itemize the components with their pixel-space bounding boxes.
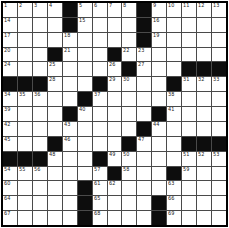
grid-cell[interactable] bbox=[167, 62, 181, 76]
grid-cell[interactable] bbox=[152, 62, 166, 76]
clue-number: 69 bbox=[168, 211, 174, 216]
grid-cell[interactable]: 60 bbox=[3, 181, 17, 195]
clue-number: 40 bbox=[79, 107, 85, 112]
grid-cell[interactable] bbox=[18, 18, 32, 32]
grid-cell[interactable]: 15 bbox=[78, 18, 92, 32]
grid-cell[interactable] bbox=[152, 92, 166, 106]
grid-cell[interactable] bbox=[182, 107, 196, 121]
clue-number: 39 bbox=[4, 107, 10, 112]
clue-number: 67 bbox=[4, 211, 10, 216]
black-square bbox=[78, 92, 92, 106]
grid-cell[interactable]: 66 bbox=[167, 196, 181, 210]
grid-cell[interactable] bbox=[93, 33, 107, 47]
black-square bbox=[167, 77, 181, 91]
clue-number: 16 bbox=[153, 18, 159, 23]
grid-cell[interactable] bbox=[167, 137, 181, 151]
black-square bbox=[137, 18, 151, 32]
grid-cell[interactable] bbox=[212, 196, 226, 210]
clue-number: 34 bbox=[4, 92, 10, 97]
grid-cell[interactable]: 40 bbox=[78, 107, 92, 121]
black-square bbox=[137, 33, 151, 47]
clue-number: 50 bbox=[123, 152, 129, 157]
black-square bbox=[78, 196, 92, 210]
grid-cell[interactable] bbox=[152, 152, 166, 166]
grid-cell[interactable]: 9 bbox=[152, 3, 166, 17]
grid-cell[interactable] bbox=[182, 122, 196, 136]
grid-cell[interactable]: 11 bbox=[182, 3, 196, 17]
black-square bbox=[122, 137, 136, 151]
clue-number: 25 bbox=[49, 62, 55, 67]
clue-number: 14 bbox=[4, 18, 10, 23]
grid-cell[interactable] bbox=[152, 77, 166, 91]
black-square bbox=[137, 3, 151, 17]
grid-cell[interactable] bbox=[63, 211, 77, 225]
clue-number: 63 bbox=[168, 181, 174, 186]
clue-number: 54 bbox=[4, 167, 10, 172]
grid-cell[interactable] bbox=[167, 48, 181, 62]
grid-cell[interactable]: 61 bbox=[93, 181, 107, 195]
clue-number: 10 bbox=[168, 3, 174, 8]
clue-number: 66 bbox=[168, 196, 174, 201]
grid-cell[interactable]: 52 bbox=[197, 152, 211, 166]
black-square bbox=[3, 152, 17, 166]
grid-cell[interactable] bbox=[182, 196, 196, 210]
grid-cell[interactable] bbox=[33, 62, 47, 76]
clue-number: 1 bbox=[4, 3, 7, 8]
grid-cell[interactable]: 32 bbox=[197, 77, 211, 91]
grid-cell[interactable] bbox=[108, 196, 122, 210]
grid-cell[interactable] bbox=[212, 167, 226, 181]
black-square bbox=[18, 152, 32, 166]
grid-cell[interactable]: 5 bbox=[78, 3, 92, 17]
grid-cell[interactable] bbox=[108, 211, 122, 225]
grid-cell[interactable] bbox=[182, 92, 196, 106]
clue-number: 18 bbox=[64, 33, 70, 38]
grid-cell[interactable] bbox=[152, 137, 166, 151]
grid-cell[interactable] bbox=[122, 92, 136, 106]
grid-cell[interactable]: 31 bbox=[182, 77, 196, 91]
grid-cell[interactable] bbox=[33, 137, 47, 151]
grid-cell[interactable] bbox=[93, 18, 107, 32]
clue-number: 11 bbox=[183, 3, 189, 8]
grid-cell[interactable]: 56 bbox=[33, 167, 47, 181]
grid-cell[interactable] bbox=[108, 18, 122, 32]
grid-cell[interactable]: 29 bbox=[108, 77, 122, 91]
grid-cell[interactable] bbox=[93, 137, 107, 151]
grid-cell[interactable] bbox=[33, 122, 47, 136]
grid-cell[interactable] bbox=[212, 48, 226, 62]
black-square bbox=[197, 62, 211, 76]
grid-cell[interactable]: 18 bbox=[63, 33, 77, 47]
grid-cell[interactable]: 16 bbox=[152, 18, 166, 32]
grid-cell[interactable] bbox=[78, 122, 92, 136]
grid-cell[interactable] bbox=[63, 62, 77, 76]
grid-cell[interactable] bbox=[122, 211, 136, 225]
grid-cell[interactable]: 17 bbox=[3, 33, 17, 47]
grid-cell[interactable] bbox=[18, 122, 32, 136]
clue-number: 49 bbox=[109, 152, 115, 157]
clue-number: 57 bbox=[94, 167, 100, 172]
grid-cell[interactable] bbox=[197, 48, 211, 62]
black-square bbox=[48, 48, 62, 62]
grid-cell[interactable]: 26 bbox=[108, 62, 122, 76]
clue-number: 3 bbox=[34, 3, 37, 8]
grid-cell[interactable] bbox=[197, 33, 211, 47]
grid-cell[interactable]: 37 bbox=[93, 92, 107, 106]
grid-cell[interactable] bbox=[18, 48, 32, 62]
grid-cell[interactable]: 53 bbox=[212, 152, 226, 166]
grid-cell[interactable] bbox=[18, 211, 32, 225]
grid-cell[interactable]: 42 bbox=[3, 122, 17, 136]
grid-cell[interactable] bbox=[137, 181, 151, 195]
grid-cell[interactable] bbox=[167, 122, 181, 136]
black-square bbox=[137, 122, 151, 136]
grid-cell[interactable] bbox=[137, 77, 151, 91]
grid-cell[interactable] bbox=[48, 167, 62, 181]
black-square bbox=[93, 77, 107, 91]
grid-cell[interactable] bbox=[108, 137, 122, 151]
grid-cell[interactable] bbox=[167, 18, 181, 32]
grid-cell[interactable]: 48 bbox=[48, 152, 62, 166]
grid-cell[interactable] bbox=[212, 107, 226, 121]
black-square bbox=[33, 77, 47, 91]
grid-cell[interactable] bbox=[63, 196, 77, 210]
clue-number: 4 bbox=[49, 3, 52, 8]
grid-cell[interactable]: 47 bbox=[137, 137, 151, 151]
grid-cell[interactable]: 35 bbox=[18, 92, 32, 106]
grid-cell[interactable] bbox=[18, 33, 32, 47]
grid-cell[interactable]: 1 bbox=[3, 3, 17, 17]
grid-cell[interactable]: 21 bbox=[63, 48, 77, 62]
grid-cell[interactable]: 22 bbox=[122, 48, 136, 62]
black-square bbox=[3, 77, 17, 91]
clue-number: 62 bbox=[109, 181, 115, 186]
grid-cell[interactable]: 10 bbox=[167, 3, 181, 17]
grid-cell[interactable] bbox=[78, 167, 92, 181]
clue-number: 9 bbox=[153, 3, 156, 8]
grid-cell[interactable]: 4 bbox=[48, 3, 62, 17]
black-square bbox=[78, 181, 92, 195]
grid-cell[interactable] bbox=[152, 48, 166, 62]
grid-cell[interactable]: 8 bbox=[122, 3, 136, 17]
grid-cell[interactable] bbox=[78, 77, 92, 91]
grid-cell[interactable]: 25 bbox=[48, 62, 62, 76]
clue-number: 27 bbox=[138, 62, 144, 67]
grid-cell[interactable]: 6 bbox=[93, 3, 107, 17]
grid-cell[interactable] bbox=[48, 92, 62, 106]
grid-cell[interactable]: 24 bbox=[3, 62, 17, 76]
grid-cell[interactable] bbox=[78, 48, 92, 62]
grid-cell[interactable] bbox=[33, 33, 47, 47]
grid-cell[interactable]: 3 bbox=[33, 3, 47, 17]
clue-number: 7 bbox=[109, 3, 112, 8]
grid-cell[interactable] bbox=[152, 181, 166, 195]
clue-number: 17 bbox=[4, 33, 10, 38]
grid-cell[interactable] bbox=[212, 18, 226, 32]
grid-cell[interactable]: 54 bbox=[3, 167, 17, 181]
clue-number: 26 bbox=[109, 62, 115, 67]
grid-cell[interactable]: 30 bbox=[122, 77, 136, 91]
grid-cell[interactable]: 49 bbox=[108, 152, 122, 166]
clue-number: 38 bbox=[168, 92, 174, 97]
grid-cell[interactable] bbox=[137, 107, 151, 121]
grid-cell[interactable]: 67 bbox=[3, 211, 17, 225]
grid-cell[interactable] bbox=[122, 33, 136, 47]
black-square bbox=[212, 62, 226, 76]
grid-cell[interactable] bbox=[48, 107, 62, 121]
grid-cell[interactable] bbox=[48, 33, 62, 47]
grid-cell[interactable] bbox=[93, 48, 107, 62]
grid-cell[interactable] bbox=[48, 18, 62, 32]
black-square bbox=[63, 107, 77, 121]
grid-cell[interactable] bbox=[33, 18, 47, 32]
clue-number: 28 bbox=[49, 77, 55, 82]
clue-number: 2 bbox=[19, 3, 22, 8]
grid-cell[interactable] bbox=[93, 122, 107, 136]
clue-number: 59 bbox=[183, 167, 189, 172]
clue-number: 41 bbox=[168, 107, 174, 112]
grid-cell[interactable] bbox=[33, 48, 47, 62]
black-square bbox=[152, 211, 166, 225]
clue-number: 61 bbox=[94, 181, 100, 186]
black-square bbox=[63, 18, 77, 32]
grid-cell[interactable]: 43 bbox=[63, 122, 77, 136]
grid-cell[interactable] bbox=[212, 122, 226, 136]
grid-cell[interactable]: 44 bbox=[152, 122, 166, 136]
clue-number: 43 bbox=[64, 122, 70, 127]
clue-number: 13 bbox=[213, 3, 219, 8]
clue-number: 35 bbox=[19, 92, 25, 97]
grid-cell[interactable] bbox=[182, 18, 196, 32]
grid-cell[interactable]: 20 bbox=[3, 48, 17, 62]
grid-cell[interactable] bbox=[93, 62, 107, 76]
grid-cell[interactable]: 12 bbox=[197, 3, 211, 17]
clue-number: 46 bbox=[64, 137, 70, 142]
clue-number: 64 bbox=[4, 196, 10, 201]
grid-cell[interactable] bbox=[33, 196, 47, 210]
grid-cell[interactable] bbox=[48, 181, 62, 195]
grid-cell[interactable]: 68 bbox=[93, 211, 107, 225]
grid-cell[interactable]: 41 bbox=[167, 107, 181, 121]
grid-cell[interactable] bbox=[48, 211, 62, 225]
grid-cell[interactable] bbox=[108, 92, 122, 106]
grid-cell[interactable]: 34 bbox=[3, 92, 17, 106]
black-square bbox=[93, 152, 107, 166]
grid-cell[interactable] bbox=[197, 167, 211, 181]
black-square bbox=[63, 3, 77, 17]
grid-cell[interactable] bbox=[63, 92, 77, 106]
grid-cell[interactable]: 14 bbox=[3, 18, 17, 32]
grid-cell[interactable]: 28 bbox=[48, 77, 62, 91]
grid-cell[interactable]: 45 bbox=[3, 137, 17, 151]
clue-number: 31 bbox=[183, 77, 189, 82]
grid-cell[interactable] bbox=[48, 122, 62, 136]
grid-cell[interactable]: 39 bbox=[3, 107, 17, 121]
clue-number: 58 bbox=[123, 167, 129, 172]
grid-cell[interactable]: 23 bbox=[137, 48, 151, 62]
clue-number: 51 bbox=[183, 152, 189, 157]
black-square bbox=[108, 167, 122, 181]
grid-cell[interactable] bbox=[182, 48, 196, 62]
grid-cell[interactable] bbox=[197, 211, 211, 225]
crossword-grid: 1234567891011121314151617181920212223242… bbox=[1, 1, 228, 227]
grid-cell[interactable] bbox=[93, 107, 107, 121]
grid-cell[interactable]: 63 bbox=[167, 181, 181, 195]
grid-cell[interactable]: 50 bbox=[122, 152, 136, 166]
grid-cell[interactable]: 59 bbox=[182, 167, 196, 181]
grid-cell[interactable] bbox=[63, 152, 77, 166]
clue-number: 21 bbox=[64, 48, 70, 53]
grid-cell[interactable] bbox=[18, 181, 32, 195]
grid-cell[interactable]: 38 bbox=[167, 92, 181, 106]
clue-number: 24 bbox=[4, 62, 10, 67]
grid-cell[interactable] bbox=[33, 107, 47, 121]
clue-number: 52 bbox=[198, 152, 204, 157]
grid-cell[interactable] bbox=[78, 152, 92, 166]
grid-cell[interactable]: 7 bbox=[108, 3, 122, 17]
grid-cell[interactable]: 69 bbox=[167, 211, 181, 225]
grid-cell[interactable] bbox=[212, 92, 226, 106]
black-square bbox=[152, 107, 166, 121]
grid-cell[interactable]: 33 bbox=[212, 77, 226, 91]
grid-cell[interactable] bbox=[63, 181, 77, 195]
grid-cell[interactable] bbox=[197, 107, 211, 121]
grid-cell[interactable] bbox=[108, 107, 122, 121]
grid-cell[interactable] bbox=[33, 181, 47, 195]
black-square bbox=[212, 137, 226, 151]
black-square bbox=[48, 137, 62, 151]
clue-number: 12 bbox=[198, 3, 204, 8]
grid-cell[interactable] bbox=[182, 211, 196, 225]
grid-cell[interactable] bbox=[122, 107, 136, 121]
grid-cell[interactable]: 65 bbox=[93, 196, 107, 210]
grid-cell[interactable] bbox=[212, 33, 226, 47]
grid-cell[interactable]: 58 bbox=[122, 167, 136, 181]
grid-cell[interactable] bbox=[137, 152, 151, 166]
grid-cell[interactable]: 62 bbox=[108, 181, 122, 195]
clue-number: 37 bbox=[94, 92, 100, 97]
grid-cell[interactable] bbox=[197, 122, 211, 136]
grid-cell[interactable] bbox=[122, 196, 136, 210]
grid-cell[interactable]: 36 bbox=[33, 92, 47, 106]
clue-number: 48 bbox=[49, 152, 55, 157]
grid-cell[interactable]: 64 bbox=[3, 196, 17, 210]
black-square bbox=[122, 62, 136, 76]
grid-cell[interactable]: 27 bbox=[137, 62, 151, 76]
grid-cell[interactable] bbox=[63, 77, 77, 91]
grid-cell[interactable] bbox=[167, 152, 181, 166]
grid-cell[interactable] bbox=[78, 33, 92, 47]
grid-cell[interactable] bbox=[182, 33, 196, 47]
black-square bbox=[78, 211, 92, 225]
clue-number: 42 bbox=[4, 122, 10, 127]
grid-cell[interactable] bbox=[78, 62, 92, 76]
clue-number: 56 bbox=[34, 167, 40, 172]
black-square bbox=[108, 48, 122, 62]
grid-cell[interactable] bbox=[122, 122, 136, 136]
grid-cell[interactable] bbox=[18, 196, 32, 210]
grid-cell[interactable] bbox=[212, 211, 226, 225]
clue-number: 33 bbox=[213, 77, 219, 82]
black-square bbox=[33, 152, 47, 166]
clue-number: 6 bbox=[94, 3, 97, 8]
grid-cell[interactable] bbox=[48, 196, 62, 210]
black-square bbox=[167, 167, 181, 181]
black-square bbox=[197, 137, 211, 151]
grid-cell[interactable]: 57 bbox=[93, 167, 107, 181]
clue-number: 5 bbox=[79, 3, 82, 8]
grid-cell[interactable] bbox=[167, 33, 181, 47]
grid-cell[interactable] bbox=[63, 167, 77, 181]
grid-cell[interactable] bbox=[197, 181, 211, 195]
clue-number: 15 bbox=[79, 18, 85, 23]
grid-cell[interactable] bbox=[152, 167, 166, 181]
grid-cell[interactable] bbox=[108, 122, 122, 136]
clue-number: 45 bbox=[4, 137, 10, 142]
grid-cell[interactable] bbox=[212, 181, 226, 195]
clue-number: 53 bbox=[213, 152, 219, 157]
clue-number: 44 bbox=[153, 122, 159, 127]
grid-cell[interactable] bbox=[137, 211, 151, 225]
clue-number: 55 bbox=[19, 167, 25, 172]
grid-cell[interactable]: 19 bbox=[152, 33, 166, 47]
clue-number: 29 bbox=[109, 77, 115, 82]
grid-cell[interactable] bbox=[182, 181, 196, 195]
grid-cell[interactable] bbox=[108, 33, 122, 47]
clue-number: 19 bbox=[153, 33, 159, 38]
grid-cell[interactable]: 51 bbox=[182, 152, 196, 166]
clue-number: 20 bbox=[4, 48, 10, 53]
clue-number: 47 bbox=[138, 137, 144, 142]
black-square bbox=[152, 196, 166, 210]
grid-cell[interactable] bbox=[78, 137, 92, 151]
grid-cell[interactable] bbox=[197, 196, 211, 210]
clue-number: 22 bbox=[123, 48, 129, 53]
grid-cell[interactable]: 2 bbox=[18, 3, 32, 17]
grid-cell[interactable] bbox=[33, 211, 47, 225]
black-square bbox=[182, 62, 196, 76]
crossword-puzzle: 1234567891011121314151617181920212223242… bbox=[0, 0, 229, 228]
grid-cell[interactable]: 13 bbox=[212, 3, 226, 17]
grid-cell[interactable] bbox=[18, 107, 32, 121]
clue-number: 60 bbox=[4, 181, 10, 186]
black-square bbox=[18, 77, 32, 91]
clue-number: 32 bbox=[198, 77, 204, 82]
grid-cell[interactable] bbox=[137, 196, 151, 210]
grid-cell[interactable] bbox=[137, 167, 151, 181]
grid-cell[interactable] bbox=[137, 92, 151, 106]
grid-cell[interactable] bbox=[18, 62, 32, 76]
grid-cell[interactable] bbox=[122, 18, 136, 32]
clue-number: 8 bbox=[123, 3, 126, 8]
clue-number: 23 bbox=[138, 48, 144, 53]
clue-number: 36 bbox=[34, 92, 40, 97]
clue-number: 65 bbox=[94, 196, 100, 201]
black-square bbox=[182, 137, 196, 151]
clue-number: 30 bbox=[123, 77, 129, 82]
grid-cell[interactable] bbox=[122, 181, 136, 195]
grid-cell[interactable] bbox=[18, 137, 32, 151]
grid-cell[interactable]: 55 bbox=[18, 167, 32, 181]
grid-cell[interactable] bbox=[197, 18, 211, 32]
grid-cell[interactable] bbox=[197, 92, 211, 106]
grid-cell[interactable]: 46 bbox=[63, 137, 77, 151]
clue-number: 68 bbox=[94, 211, 100, 216]
